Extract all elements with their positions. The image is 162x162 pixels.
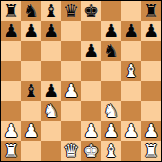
square-f4[interactable]	[101, 81, 121, 101]
piece-white-pawn: ♟	[83, 121, 99, 141]
piece-white-pawn: ♟	[143, 121, 159, 141]
piece-black-pawn: ♟	[103, 21, 119, 41]
piece-white-bishop: ♝	[103, 141, 119, 161]
square-b3[interactable]	[21, 101, 41, 121]
square-e3[interactable]	[81, 101, 101, 121]
square-a8[interactable]: ♜	[1, 1, 21, 21]
square-h5[interactable]	[141, 61, 161, 81]
square-h2[interactable]: ♟	[141, 121, 161, 141]
piece-white-queen: ♛	[63, 141, 79, 161]
piece-black-pawn: ♟	[83, 41, 99, 61]
square-a5[interactable]	[1, 61, 21, 81]
piece-white-knight: ♞	[43, 101, 59, 121]
chess-board: ♜♞♝♛♚♜♟♟♟♟♟♟♟♞♝♝♟♟♞♞♟♟♟♟♟♟♜♛♚♝♜	[0, 0, 162, 162]
square-b5[interactable]	[21, 61, 41, 81]
square-h6[interactable]	[141, 41, 161, 61]
square-h3[interactable]	[141, 101, 161, 121]
piece-white-bishop: ♝	[123, 61, 139, 81]
square-c8[interactable]: ♝	[41, 1, 61, 21]
square-h7[interactable]: ♟	[141, 21, 161, 41]
piece-black-pawn: ♟	[43, 81, 59, 101]
square-h1[interactable]: ♜	[141, 141, 161, 161]
piece-white-pawn: ♟	[123, 121, 139, 141]
square-d7[interactable]	[61, 21, 81, 41]
square-g7[interactable]: ♟	[121, 21, 141, 41]
square-c3[interactable]: ♞	[41, 101, 61, 121]
square-b6[interactable]	[21, 41, 41, 61]
square-g3[interactable]	[121, 101, 141, 121]
piece-white-king: ♚	[83, 141, 99, 161]
piece-white-pawn: ♟	[103, 121, 119, 141]
square-e5[interactable]	[81, 61, 101, 81]
square-b2[interactable]: ♟	[21, 121, 41, 141]
square-c5[interactable]	[41, 61, 61, 81]
square-c7[interactable]: ♟	[41, 21, 61, 41]
square-d1[interactable]: ♛	[61, 141, 81, 161]
square-b7[interactable]: ♟	[21, 21, 41, 41]
square-f7[interactable]: ♟	[101, 21, 121, 41]
square-h8[interactable]: ♜	[141, 1, 161, 21]
piece-black-pawn: ♟	[23, 21, 39, 41]
square-e2[interactable]: ♟	[81, 121, 101, 141]
square-g6[interactable]	[121, 41, 141, 61]
square-d3[interactable]	[61, 101, 81, 121]
piece-black-knight: ♞	[23, 1, 39, 21]
piece-black-king: ♚	[83, 1, 99, 21]
square-c4[interactable]: ♟	[41, 81, 61, 101]
square-a1[interactable]: ♜	[1, 141, 21, 161]
piece-white-rook: ♜	[143, 141, 159, 161]
square-e7[interactable]	[81, 21, 101, 41]
piece-white-rook: ♜	[3, 141, 19, 161]
square-d4[interactable]: ♟	[61, 81, 81, 101]
square-a3[interactable]	[1, 101, 21, 121]
piece-black-pawn: ♟	[3, 21, 19, 41]
square-e6[interactable]: ♟	[81, 41, 101, 61]
piece-white-knight: ♞	[103, 101, 119, 121]
piece-black-rook: ♜	[143, 1, 159, 21]
square-g2[interactable]: ♟	[121, 121, 141, 141]
square-h4[interactable]	[141, 81, 161, 101]
piece-black-bishop: ♝	[23, 81, 39, 101]
square-f5[interactable]	[101, 61, 121, 81]
piece-black-rook: ♜	[3, 1, 19, 21]
square-g1[interactable]	[121, 141, 141, 161]
square-a4[interactable]	[1, 81, 21, 101]
square-e1[interactable]: ♚	[81, 141, 101, 161]
piece-white-pawn: ♟	[23, 121, 39, 141]
square-e4[interactable]	[81, 81, 101, 101]
piece-white-pawn: ♟	[3, 121, 19, 141]
square-c1[interactable]	[41, 141, 61, 161]
square-f1[interactable]: ♝	[101, 141, 121, 161]
square-g4[interactable]	[121, 81, 141, 101]
square-d6[interactable]	[61, 41, 81, 61]
piece-black-pawn: ♟	[43, 21, 59, 41]
square-c6[interactable]	[41, 41, 61, 61]
square-c2[interactable]	[41, 121, 61, 141]
square-f3[interactable]: ♞	[101, 101, 121, 121]
square-f6[interactable]: ♞	[101, 41, 121, 61]
piece-black-pawn: ♟	[123, 21, 139, 41]
square-a6[interactable]	[1, 41, 21, 61]
piece-white-pawn: ♟	[63, 81, 79, 101]
square-g8[interactable]	[121, 1, 141, 21]
square-a2[interactable]: ♟	[1, 121, 21, 141]
square-a7[interactable]: ♟	[1, 21, 21, 41]
square-d2[interactable]	[61, 121, 81, 141]
square-g5[interactable]: ♝	[121, 61, 141, 81]
square-e8[interactable]: ♚	[81, 1, 101, 21]
square-d5[interactable]	[61, 61, 81, 81]
piece-black-queen: ♛	[63, 1, 79, 21]
piece-black-knight: ♞	[103, 41, 119, 61]
piece-black-pawn: ♟	[143, 21, 159, 41]
square-f2[interactable]: ♟	[101, 121, 121, 141]
square-d8[interactable]: ♛	[61, 1, 81, 21]
square-f8[interactable]	[101, 1, 121, 21]
square-b1[interactable]	[21, 141, 41, 161]
piece-black-bishop: ♝	[43, 1, 59, 21]
square-b4[interactable]: ♝	[21, 81, 41, 101]
square-b8[interactable]: ♞	[21, 1, 41, 21]
